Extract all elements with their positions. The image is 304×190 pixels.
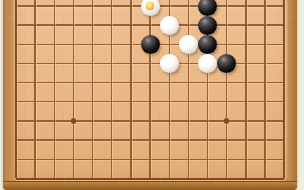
board-intersection[interactable] <box>26 73 45 92</box>
grid-line-vertical <box>226 35 227 54</box>
grid-line-vertical <box>188 54 189 73</box>
grid-line-vertical <box>149 92 150 111</box>
board-intersection[interactable] <box>26 35 45 54</box>
last-move-marker <box>146 2 153 9</box>
board-intersection[interactable] <box>179 73 198 92</box>
board-intersection[interactable] <box>255 0 274 16</box>
grid-line-vertical <box>54 16 55 35</box>
grid-line-vertical <box>130 0 131 16</box>
board-intersection[interactable] <box>275 169 294 188</box>
board-intersection[interactable] <box>141 35 160 54</box>
grid-line-vertical <box>15 131 17 150</box>
grid-line-vertical <box>169 73 170 92</box>
grid-line-vertical <box>15 150 17 169</box>
board-intersection[interactable] <box>160 111 179 130</box>
board-intersection[interactable] <box>179 92 198 111</box>
board-intersection[interactable] <box>121 131 140 150</box>
white-stone <box>141 0 160 16</box>
grid-line-vertical <box>245 0 246 16</box>
grid-line-vertical <box>111 35 112 54</box>
board-intersection[interactable] <box>64 150 83 169</box>
board-intersection[interactable] <box>6 54 25 73</box>
grid-line-vertical <box>34 16 35 35</box>
grid-line-vertical <box>73 150 74 169</box>
grid-line-vertical <box>73 169 74 179</box>
grid-line-vertical <box>264 150 265 169</box>
grid-line-vertical <box>73 131 74 150</box>
grid-line-vertical <box>111 111 112 130</box>
board-intersection[interactable] <box>64 0 83 16</box>
grid-line-vertical <box>283 54 285 73</box>
board-intersection[interactable] <box>275 150 294 169</box>
grid-line-vertical <box>245 169 246 179</box>
board-intersection[interactable] <box>45 131 64 150</box>
star-point <box>71 118 76 123</box>
board-intersection[interactable] <box>26 92 45 111</box>
grid-line-vertical <box>226 131 227 150</box>
grid-line-vertical <box>169 150 170 169</box>
grid-line-horizontal <box>16 178 26 180</box>
board-intersection[interactable] <box>26 111 45 130</box>
grid-line-vertical <box>169 35 170 54</box>
board-intersection[interactable] <box>45 35 64 54</box>
grid-line-vertical <box>111 131 112 150</box>
board-intersection[interactable] <box>83 73 102 92</box>
board-intersection[interactable] <box>198 16 217 35</box>
board-intersection[interactable] <box>83 111 102 130</box>
board-intersection[interactable] <box>236 131 255 150</box>
grid-line-horizontal <box>16 139 26 140</box>
board-intersection[interactable] <box>275 35 294 54</box>
grid-line-vertical <box>34 111 35 130</box>
board-intersection[interactable] <box>179 131 198 150</box>
grid-line-vertical <box>34 150 35 169</box>
board-intersection[interactable] <box>83 0 102 16</box>
board-intersection[interactable] <box>160 73 179 92</box>
board-intersection[interactable] <box>45 54 64 73</box>
grid-line-vertical <box>264 35 265 54</box>
grid-line-vertical <box>73 54 74 73</box>
board-intersection[interactable] <box>64 16 83 35</box>
board-intersection[interactable] <box>160 150 179 169</box>
grid-line-vertical <box>188 111 189 130</box>
grid-line-vertical <box>92 0 93 16</box>
board-intersection[interactable] <box>121 16 140 35</box>
grid-line-vertical <box>111 54 112 73</box>
board-intersection[interactable] <box>236 150 255 169</box>
board-intersection[interactable] <box>255 16 274 35</box>
grid-line-vertical <box>15 0 17 16</box>
board-intersection[interactable] <box>64 54 83 73</box>
grid-line-vertical <box>92 16 93 35</box>
board-intersection[interactable] <box>255 169 274 188</box>
board-intersection[interactable] <box>121 54 140 73</box>
grid-line-vertical <box>169 131 170 150</box>
board-intersection[interactable] <box>275 92 294 111</box>
black-stone <box>198 16 217 35</box>
board-intersection[interactable] <box>198 54 217 73</box>
board-intersection[interactable] <box>217 35 236 54</box>
board-intersection[interactable] <box>217 54 236 73</box>
board-intersection[interactable] <box>198 150 217 169</box>
grid-line-vertical <box>207 73 208 92</box>
star-point <box>224 118 229 123</box>
board-intersection[interactable] <box>179 54 198 73</box>
grid-line-vertical <box>130 169 131 179</box>
board-intersection[interactable] <box>179 16 198 35</box>
board-intersection[interactable] <box>26 131 45 150</box>
board-intersection[interactable] <box>64 73 83 92</box>
board-intersection[interactable] <box>217 73 236 92</box>
board-intersection[interactable] <box>179 111 198 130</box>
board-intersection[interactable] <box>121 0 140 16</box>
grid-line-vertical <box>188 169 189 179</box>
grid-line-vertical <box>111 92 112 111</box>
grid-line-vertical <box>54 92 55 111</box>
grid-line-vertical <box>92 150 93 169</box>
board-intersection[interactable] <box>255 73 274 92</box>
black-stone <box>198 35 217 54</box>
board-intersection[interactable] <box>141 150 160 169</box>
grid-line-horizontal <box>16 120 26 121</box>
board-intersection[interactable] <box>255 92 274 111</box>
board-intersection[interactable] <box>236 92 255 111</box>
board-intersection[interactable] <box>64 35 83 54</box>
grid-line-vertical <box>226 150 227 169</box>
grid-line-vertical <box>169 169 170 179</box>
grid-line-vertical <box>283 16 285 35</box>
grid-line-horizontal <box>16 5 26 6</box>
grid-line-vertical <box>73 0 74 16</box>
grid-line-vertical <box>54 131 55 150</box>
grid-line-vertical <box>283 150 285 169</box>
board-intersection[interactable] <box>141 92 160 111</box>
grid-line-horizontal <box>16 159 26 160</box>
board-intersection[interactable] <box>6 169 25 188</box>
grid-line-vertical <box>264 131 265 150</box>
grid-line-vertical <box>149 169 150 179</box>
grid-line-vertical <box>245 150 246 169</box>
grid-line-vertical <box>283 92 285 111</box>
grid-line-vertical <box>245 54 246 73</box>
board-intersection[interactable] <box>121 111 140 130</box>
grid-line-vertical <box>54 54 55 73</box>
grid-line-vertical <box>92 92 93 111</box>
grid-line-vertical <box>130 54 131 73</box>
grid-line-vertical <box>130 73 131 92</box>
grid-line-vertical <box>283 73 285 92</box>
board-intersection[interactable] <box>121 92 140 111</box>
board-intersection[interactable] <box>102 92 121 111</box>
board-intersection[interactable] <box>275 16 294 35</box>
board-intersection[interactable] <box>45 169 64 188</box>
grid-line-vertical <box>245 92 246 111</box>
board-intersection[interactable] <box>26 16 45 35</box>
grid-line-vertical <box>264 92 265 111</box>
grid-line-vertical <box>264 0 265 16</box>
board-intersection[interactable] <box>236 111 255 130</box>
board-intersection[interactable] <box>102 54 121 73</box>
board-intersection[interactable] <box>64 169 83 188</box>
grid-line-vertical <box>188 73 189 92</box>
board-intersection[interactable] <box>83 150 102 169</box>
board-intersection[interactable] <box>236 73 255 92</box>
board-intersection[interactable] <box>179 169 198 188</box>
grid-line-horizontal <box>16 44 26 45</box>
grid-line-vertical <box>149 111 150 130</box>
grid-line-vertical <box>34 0 35 16</box>
grid-line-vertical <box>188 150 189 169</box>
grid-line-vertical <box>207 131 208 150</box>
board-intersection[interactable] <box>179 0 198 16</box>
board-grid <box>6 0 293 188</box>
grid-line-horizontal <box>16 101 26 102</box>
board-intersection[interactable] <box>198 92 217 111</box>
board-intersection[interactable] <box>179 150 198 169</box>
board-intersection[interactable] <box>26 169 45 188</box>
board-intersection[interactable] <box>6 111 25 130</box>
board-intersection[interactable] <box>217 150 236 169</box>
game-screen <box>0 0 304 190</box>
board-intersection[interactable] <box>6 150 25 169</box>
board-intersection[interactable] <box>6 16 25 35</box>
board-intersection[interactable] <box>64 111 83 130</box>
grid-line-vertical <box>130 111 131 130</box>
board-intersection[interactable] <box>6 35 25 54</box>
board-intersection[interactable] <box>102 0 121 16</box>
grid-line-vertical <box>283 111 285 130</box>
grid-line-vertical <box>54 169 55 179</box>
board-intersection[interactable] <box>275 0 294 16</box>
board-intersection[interactable] <box>236 0 255 16</box>
grid-line-vertical <box>226 169 227 179</box>
board-intersection[interactable] <box>236 54 255 73</box>
board-intersection[interactable] <box>102 169 121 188</box>
board-intersection[interactable] <box>255 150 274 169</box>
grid-line-vertical <box>283 35 285 54</box>
grid-line-vertical <box>130 150 131 169</box>
board-intersection[interactable] <box>6 92 25 111</box>
grid-line-vertical <box>226 0 227 16</box>
grid-line-vertical <box>188 0 189 16</box>
grid-line-vertical <box>54 111 55 130</box>
board-intersection[interactable] <box>121 73 140 92</box>
board-intersection[interactable] <box>160 16 179 35</box>
board-intersection[interactable] <box>198 0 217 16</box>
grid-line-vertical <box>54 35 55 54</box>
grid-line-vertical <box>15 169 17 179</box>
grid-line-horizontal <box>16 24 26 25</box>
board-intersection[interactable] <box>141 169 160 188</box>
grid-line-vertical <box>264 54 265 73</box>
board-intersection[interactable] <box>45 92 64 111</box>
board-intersection[interactable] <box>6 0 25 16</box>
board-intersection[interactable] <box>217 16 236 35</box>
board-intersection[interactable] <box>255 131 274 150</box>
grid-line-vertical <box>264 16 265 35</box>
white-stone <box>160 54 179 73</box>
board-intersection[interactable] <box>198 169 217 188</box>
grid-line-vertical <box>264 169 265 179</box>
board-intersection[interactable] <box>102 73 121 92</box>
black-stone <box>198 0 217 16</box>
grid-line-vertical <box>34 73 35 92</box>
board-intersection[interactable] <box>160 35 179 54</box>
grid-line-vertical <box>226 73 227 92</box>
grid-line-vertical <box>130 92 131 111</box>
grid-line-vertical <box>92 35 93 54</box>
board-intersection[interactable] <box>217 169 236 188</box>
grid-line-horizontal <box>16 63 26 64</box>
grid-line-vertical <box>226 16 227 35</box>
board-intersection[interactable] <box>26 54 45 73</box>
board-intersection[interactable] <box>6 73 25 92</box>
grid-line-vertical <box>149 16 150 35</box>
board-intersection[interactable] <box>198 73 217 92</box>
grid-line-vertical <box>169 0 170 16</box>
grid-line-vertical <box>54 150 55 169</box>
grid-line-vertical <box>111 150 112 169</box>
grid-line-vertical <box>92 54 93 73</box>
board-intersection[interactable] <box>275 111 294 130</box>
grid-line-vertical <box>149 54 150 73</box>
grid-line-vertical <box>207 150 208 169</box>
board-intersection[interactable] <box>102 111 121 130</box>
white-stone <box>160 16 179 35</box>
board-intersection[interactable] <box>255 111 274 130</box>
board-intersection[interactable] <box>275 73 294 92</box>
board-intersection[interactable] <box>141 16 160 35</box>
board-intersection[interactable] <box>160 92 179 111</box>
board-intersection[interactable] <box>45 111 64 130</box>
board-intersection[interactable] <box>121 150 140 169</box>
board-intersection[interactable] <box>83 131 102 150</box>
board-intersection[interactable] <box>198 35 217 54</box>
board-intersection[interactable] <box>179 35 198 54</box>
board-intersection[interactable] <box>275 131 294 150</box>
board-intersection[interactable] <box>45 150 64 169</box>
board-intersection[interactable] <box>141 73 160 92</box>
board-intersection[interactable] <box>64 131 83 150</box>
grid-line-vertical <box>149 131 150 150</box>
board-intersection[interactable] <box>64 92 83 111</box>
board-intersection[interactable] <box>83 169 102 188</box>
board-intersection[interactable] <box>102 16 121 35</box>
board-intersection[interactable] <box>45 0 64 16</box>
board-intersection[interactable] <box>102 131 121 150</box>
board-intersection[interactable] <box>83 54 102 73</box>
board-intersection[interactable] <box>160 169 179 188</box>
board-intersection[interactable] <box>102 35 121 54</box>
board-intersection[interactable] <box>45 73 64 92</box>
board-intersection[interactable] <box>83 16 102 35</box>
grid-line-vertical <box>54 0 55 16</box>
board-intersection[interactable] <box>217 111 236 130</box>
board-intersection[interactable] <box>121 35 140 54</box>
board-intersection[interactable] <box>160 54 179 73</box>
board-intersection[interactable] <box>217 92 236 111</box>
board-intersection[interactable] <box>236 35 255 54</box>
grid-line-vertical <box>73 35 74 54</box>
grid-line-vertical <box>111 169 112 179</box>
black-stone <box>141 35 160 54</box>
grid-line-vertical <box>226 92 227 111</box>
board-intersection[interactable] <box>198 111 217 130</box>
white-stone <box>198 54 217 73</box>
board-intersection[interactable] <box>255 35 274 54</box>
grid-line-vertical <box>188 131 189 150</box>
grid-line-vertical <box>264 73 265 92</box>
grid-line-vertical <box>207 92 208 111</box>
board-intersection[interactable] <box>198 131 217 150</box>
board-intersection[interactable] <box>83 92 102 111</box>
board-intersection[interactable] <box>141 131 160 150</box>
grid-line-vertical <box>169 111 170 130</box>
white-stone <box>179 35 198 54</box>
grid-line-vertical <box>34 35 35 54</box>
grid-line-vertical <box>245 111 246 130</box>
grid-line-vertical <box>130 35 131 54</box>
grid-line-vertical <box>73 92 74 111</box>
board-intersection[interactable] <box>141 54 160 73</box>
grid-line-vertical <box>149 73 150 92</box>
board-intersection[interactable] <box>160 131 179 150</box>
grid-line-vertical <box>15 54 17 73</box>
grid-line-vertical <box>34 54 35 73</box>
grid-line-vertical <box>15 16 17 35</box>
board-intersection[interactable] <box>26 150 45 169</box>
grid-line-vertical <box>34 131 35 150</box>
black-stone <box>217 54 236 73</box>
grid-line-vertical <box>15 111 17 130</box>
grid-line-vertical <box>92 73 93 92</box>
board-intersection[interactable] <box>255 54 274 73</box>
grid-line-vertical <box>207 169 208 179</box>
board-intersection[interactable] <box>217 0 236 16</box>
board-intersection[interactable] <box>45 16 64 35</box>
board-intersection[interactable] <box>217 131 236 150</box>
board-intersection[interactable] <box>6 131 25 150</box>
grid-line-vertical <box>54 73 55 92</box>
grid-line-vertical <box>188 16 189 35</box>
grid-line-vertical <box>111 73 112 92</box>
grid-line-vertical <box>245 73 246 92</box>
grid-line-vertical <box>130 131 131 150</box>
board-intersection[interactable] <box>236 169 255 188</box>
grid-line-vertical <box>264 111 265 130</box>
board-intersection[interactable] <box>26 0 45 16</box>
board-intersection[interactable] <box>160 0 179 16</box>
grid-line-vertical <box>245 131 246 150</box>
board-intersection[interactable] <box>141 0 160 16</box>
board-intersection[interactable] <box>141 111 160 130</box>
grid-line-horizontal <box>16 82 26 83</box>
board-intersection[interactable] <box>236 16 255 35</box>
grid-line-vertical <box>283 131 285 150</box>
board-intersection[interactable] <box>102 150 121 169</box>
board-intersection[interactable] <box>83 35 102 54</box>
board-intersection[interactable] <box>121 169 140 188</box>
grid-line-vertical <box>207 111 208 130</box>
grid-line-vertical <box>34 92 35 111</box>
grid-line-vertical <box>283 0 285 16</box>
grid-line-vertical <box>188 92 189 111</box>
grid-line-vertical <box>149 150 150 169</box>
grid-line-vertical <box>245 16 246 35</box>
board-intersection[interactable] <box>275 54 294 73</box>
grid-line-vertical <box>92 131 93 150</box>
grid-line-vertical <box>34 169 35 179</box>
